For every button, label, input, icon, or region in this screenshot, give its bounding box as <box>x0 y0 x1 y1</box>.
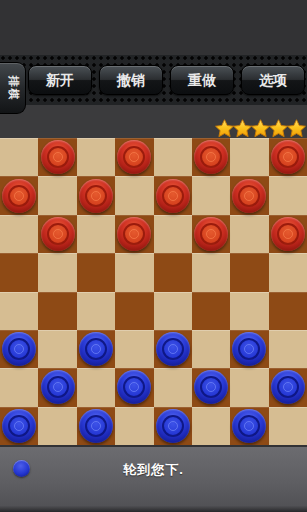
blue-man-piece[interactable] <box>117 370 151 404</box>
toolbar: 新开撤销重做选项 <box>0 55 307 105</box>
toolbar-button-new-game[interactable]: 新开 <box>28 65 92 95</box>
square-r6c4[interactable] <box>154 368 192 406</box>
red-man-piece[interactable] <box>117 140 151 174</box>
status-bar-area <box>0 0 307 55</box>
blue-man-piece[interactable] <box>271 370 305 404</box>
square-r0c7[interactable] <box>269 138 307 176</box>
square-r0c3[interactable] <box>115 138 153 176</box>
red-man-piece[interactable] <box>79 179 113 213</box>
square-r1c3[interactable] <box>115 176 153 214</box>
red-man-piece[interactable] <box>156 179 190 213</box>
side-tab-setup-board[interactable]: 排棋 <box>0 62 26 114</box>
square-r1c4[interactable] <box>154 176 192 214</box>
square-r4c0[interactable] <box>0 292 38 330</box>
square-r3c5[interactable] <box>192 253 230 291</box>
status-message: 轮到您下. <box>0 461 307 479</box>
star-icon <box>287 119 306 138</box>
square-r6c2[interactable] <box>77 368 115 406</box>
square-r5c3[interactable] <box>115 330 153 368</box>
blue-man-piece[interactable] <box>41 370 75 404</box>
square-r3c6[interactable] <box>230 253 268 291</box>
blue-man-piece[interactable] <box>156 409 190 443</box>
square-r7c7[interactable] <box>269 407 307 445</box>
square-r2c3[interactable] <box>115 215 153 253</box>
square-r2c2[interactable] <box>77 215 115 253</box>
square-r2c6[interactable] <box>230 215 268 253</box>
red-man-piece[interactable] <box>194 217 228 251</box>
square-r1c2[interactable] <box>77 176 115 214</box>
red-man-piece[interactable] <box>232 179 266 213</box>
red-man-piece[interactable] <box>271 140 305 174</box>
square-r5c1[interactable] <box>38 330 76 368</box>
square-r7c3[interactable] <box>115 407 153 445</box>
square-r4c6[interactable] <box>230 292 268 330</box>
square-r7c4[interactable] <box>154 407 192 445</box>
square-r3c1[interactable] <box>38 253 76 291</box>
square-r0c6[interactable] <box>230 138 268 176</box>
square-r7c0[interactable] <box>0 407 38 445</box>
square-r6c1[interactable] <box>38 368 76 406</box>
red-man-piece[interactable] <box>2 179 36 213</box>
square-r7c1[interactable] <box>38 407 76 445</box>
square-r3c0[interactable] <box>0 253 38 291</box>
blue-man-piece[interactable] <box>79 332 113 366</box>
square-r1c1[interactable] <box>38 176 76 214</box>
square-r0c4[interactable] <box>154 138 192 176</box>
red-man-piece[interactable] <box>41 217 75 251</box>
square-r3c3[interactable] <box>115 253 153 291</box>
square-r3c4[interactable] <box>154 253 192 291</box>
square-r3c2[interactable] <box>77 253 115 291</box>
square-r6c7[interactable] <box>269 368 307 406</box>
toolbar-buttons: 新开撤销重做选项 <box>28 65 305 95</box>
square-r4c2[interactable] <box>77 292 115 330</box>
board <box>0 138 307 445</box>
square-r6c6[interactable] <box>230 368 268 406</box>
blue-man-piece[interactable] <box>156 332 190 366</box>
square-r6c0[interactable] <box>0 368 38 406</box>
blue-man-piece[interactable] <box>2 409 36 443</box>
square-r4c4[interactable] <box>154 292 192 330</box>
square-r0c0[interactable] <box>0 138 38 176</box>
square-r5c4[interactable] <box>154 330 192 368</box>
toolbar-button-redo[interactable]: 重做 <box>170 65 234 95</box>
square-r5c0[interactable] <box>0 330 38 368</box>
side-tab-label: 排棋 <box>5 75 20 101</box>
square-r0c2[interactable] <box>77 138 115 176</box>
square-r5c7[interactable] <box>269 330 307 368</box>
red-man-piece[interactable] <box>41 140 75 174</box>
square-r1c6[interactable] <box>230 176 268 214</box>
blue-man-piece[interactable] <box>232 409 266 443</box>
square-r2c7[interactable] <box>269 215 307 253</box>
difficulty-stars <box>216 119 306 138</box>
square-r1c0[interactable] <box>0 176 38 214</box>
toolbar-button-options[interactable]: 选项 <box>241 65 305 95</box>
square-r7c5[interactable] <box>192 407 230 445</box>
square-r4c1[interactable] <box>38 292 76 330</box>
square-r5c2[interactable] <box>77 330 115 368</box>
square-r4c3[interactable] <box>115 292 153 330</box>
star-icon <box>269 119 288 138</box>
red-man-piece[interactable] <box>271 217 305 251</box>
square-r2c1[interactable] <box>38 215 76 253</box>
toolbar-button-undo[interactable]: 撤销 <box>99 65 163 95</box>
square-r1c7[interactable] <box>269 176 307 214</box>
star-icon <box>251 119 270 138</box>
square-r2c5[interactable] <box>192 215 230 253</box>
square-r5c5[interactable] <box>192 330 230 368</box>
square-r7c6[interactable] <box>230 407 268 445</box>
square-r7c2[interactable] <box>77 407 115 445</box>
star-icon <box>215 119 234 138</box>
app-screen: 新开撤销重做选项 排棋 轮到您下. <box>0 0 307 512</box>
blue-man-piece[interactable] <box>232 332 266 366</box>
blue-man-piece[interactable] <box>194 370 228 404</box>
difficulty-band <box>0 105 307 138</box>
blue-man-piece[interactable] <box>79 409 113 443</box>
red-man-piece[interactable] <box>194 140 228 174</box>
square-r1c5[interactable] <box>192 176 230 214</box>
square-r3c7[interactable] <box>269 253 307 291</box>
square-r4c7[interactable] <box>269 292 307 330</box>
square-r0c1[interactable] <box>38 138 76 176</box>
star-icon <box>233 119 252 138</box>
square-r0c5[interactable] <box>192 138 230 176</box>
square-r2c4[interactable] <box>154 215 192 253</box>
square-r6c3[interactable] <box>115 368 153 406</box>
red-man-piece[interactable] <box>117 217 151 251</box>
square-r2c0[interactable] <box>0 215 38 253</box>
square-r5c6[interactable] <box>230 330 268 368</box>
square-r4c5[interactable] <box>192 292 230 330</box>
bottom-status-bar: 轮到您下. <box>0 445 307 512</box>
blue-man-piece[interactable] <box>2 332 36 366</box>
square-r6c5[interactable] <box>192 368 230 406</box>
